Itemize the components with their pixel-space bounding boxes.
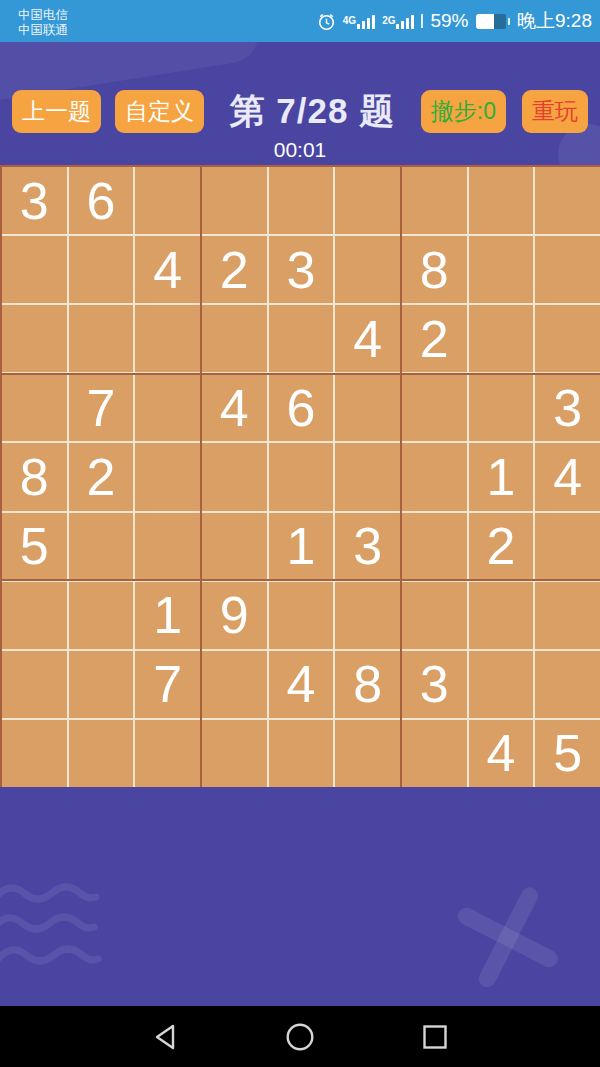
sudoku-cell-r9c7[interactable] bbox=[402, 720, 467, 787]
sudoku-cell-r3c6[interactable]: 4 bbox=[335, 305, 400, 372]
back-icon bbox=[152, 1023, 178, 1051]
sudoku-cell-r1c3[interactable] bbox=[135, 167, 200, 234]
status-separator bbox=[421, 14, 423, 28]
box-boundary-vertical-1 bbox=[200, 167, 202, 787]
sudoku-cell-r1c2[interactable]: 6 bbox=[69, 167, 134, 234]
sudoku-cell-r4c2[interactable]: 7 bbox=[69, 374, 134, 441]
sudoku-cell-r2c7[interactable]: 8 bbox=[402, 236, 467, 303]
app-screen: 中国电信 中国联通 4G 2G 59% 晚上9:28 bbox=[0, 0, 600, 1067]
alarm-clock-icon bbox=[317, 12, 336, 31]
battery-icon bbox=[476, 14, 506, 29]
sudoku-cell-r7c3[interactable]: 1 bbox=[135, 582, 200, 649]
carrier-names: 中国电信 中国联通 bbox=[18, 4, 68, 38]
sudoku-cell-r2c5[interactable]: 3 bbox=[269, 236, 334, 303]
sudoku-cell-r5c5[interactable] bbox=[269, 443, 334, 510]
sudoku-cell-r5c4[interactable] bbox=[202, 443, 267, 510]
signal-bars-4g-icon bbox=[357, 13, 375, 29]
box-boundary-horizontal-2 bbox=[2, 579, 600, 581]
sudoku-cell-r2c8[interactable] bbox=[469, 236, 534, 303]
sudoku-cell-r6c6[interactable]: 3 bbox=[335, 513, 400, 580]
sudoku-board: 3642384274638214513219748345 bbox=[0, 165, 600, 787]
home-button[interactable] bbox=[270, 1006, 330, 1067]
sudoku-cell-r7c8[interactable] bbox=[469, 582, 534, 649]
sudoku-cell-r2c1[interactable] bbox=[2, 236, 67, 303]
sudoku-cell-r1c6[interactable] bbox=[335, 167, 400, 234]
sudoku-cell-r9c2[interactable] bbox=[69, 720, 134, 787]
sudoku-cell-r4c9[interactable]: 3 bbox=[535, 374, 600, 441]
sudoku-cell-r8c4[interactable] bbox=[202, 651, 267, 718]
sudoku-cell-r4c1[interactable] bbox=[2, 374, 67, 441]
sudoku-cell-r9c5[interactable] bbox=[269, 720, 334, 787]
sudoku-cell-r3c9[interactable] bbox=[535, 305, 600, 372]
sudoku-cell-r4c4[interactable]: 4 bbox=[202, 374, 267, 441]
sudoku-cell-r4c5[interactable]: 6 bbox=[269, 374, 334, 441]
home-icon bbox=[285, 1022, 315, 1052]
header-controls: 上一题 自定义 第 7/28 题 撤步:0 重玩 bbox=[0, 88, 600, 135]
sudoku-cell-r3c8[interactable] bbox=[469, 305, 534, 372]
sudoku-cell-r6c8[interactable]: 2 bbox=[469, 513, 534, 580]
android-nav-bar bbox=[0, 1006, 600, 1067]
sudoku-cell-r9c9[interactable]: 5 bbox=[535, 720, 600, 787]
network-2g-label: 2G bbox=[382, 15, 395, 26]
box-boundary-horizontal-1 bbox=[2, 373, 600, 375]
sudoku-cell-r5c7[interactable] bbox=[402, 443, 467, 510]
replay-button[interactable]: 重玩 bbox=[522, 90, 588, 133]
sudoku-cell-r5c6[interactable] bbox=[335, 443, 400, 510]
sudoku-cell-r1c1[interactable]: 3 bbox=[2, 167, 67, 234]
sudoku-cell-r2c9[interactable] bbox=[535, 236, 600, 303]
sudoku-cell-r7c2[interactable] bbox=[69, 582, 134, 649]
network-4g-label: 4G bbox=[343, 15, 356, 26]
status-time: 晚上9:28 bbox=[517, 8, 592, 34]
game-header: 上一题 自定义 第 7/28 题 撤步:0 重玩 00:01 bbox=[0, 42, 600, 165]
sudoku-cell-r2c4[interactable]: 2 bbox=[202, 236, 267, 303]
sudoku-cell-r9c3[interactable] bbox=[135, 720, 200, 787]
sudoku-cell-r3c1[interactable] bbox=[2, 305, 67, 372]
sudoku-cell-r1c4[interactable] bbox=[202, 167, 267, 234]
waves-decoration bbox=[0, 875, 192, 985]
sudoku-cell-r8c3[interactable]: 7 bbox=[135, 651, 200, 718]
sudoku-cell-r2c3[interactable]: 4 bbox=[135, 236, 200, 303]
sudoku-cell-r7c7[interactable] bbox=[402, 582, 467, 649]
sudoku-cell-r7c6[interactable] bbox=[335, 582, 400, 649]
puzzle-number-title: 第 7/28 题 bbox=[204, 88, 421, 135]
sudoku-cell-r7c9[interactable] bbox=[535, 582, 600, 649]
status-bar: 中国电信 中国联通 4G 2G 59% 晚上9:28 bbox=[0, 0, 600, 42]
sudoku-cell-r1c5[interactable] bbox=[269, 167, 334, 234]
sudoku-cell-r6c3[interactable] bbox=[135, 513, 200, 580]
sudoku-cell-r5c1[interactable]: 8 bbox=[2, 443, 67, 510]
sudoku-cell-r8c7[interactable]: 3 bbox=[402, 651, 467, 718]
sudoku-cell-r6c2[interactable] bbox=[69, 513, 134, 580]
sudoku-cell-r6c7[interactable] bbox=[402, 513, 467, 580]
footer-area bbox=[0, 787, 600, 1006]
battery-percent: 59% bbox=[430, 10, 468, 32]
carrier-line2: 中国联通 bbox=[18, 23, 68, 38]
sudoku-cell-r6c4[interactable] bbox=[202, 513, 267, 580]
sudoku-cell-r9c8[interactable]: 4 bbox=[469, 720, 534, 787]
sudoku-cell-r5c9[interactable]: 4 bbox=[535, 443, 600, 510]
recents-icon bbox=[422, 1024, 448, 1050]
sudoku-cell-r3c5[interactable] bbox=[269, 305, 334, 372]
signal-bars-2g-icon bbox=[396, 13, 414, 29]
previous-puzzle-button[interactable]: 上一题 bbox=[12, 90, 101, 133]
undo-step-button[interactable]: 撤步:0 bbox=[421, 90, 506, 133]
signal-2g: 2G bbox=[382, 13, 414, 29]
sudoku-cell-r5c3[interactable] bbox=[135, 443, 200, 510]
sudoku-cell-r4c7[interactable] bbox=[402, 374, 467, 441]
back-button[interactable] bbox=[135, 1006, 195, 1067]
sudoku-cell-r3c3[interactable] bbox=[135, 305, 200, 372]
sudoku-cell-r3c2[interactable] bbox=[69, 305, 134, 372]
sudoku-cell-r5c2[interactable]: 2 bbox=[69, 443, 134, 510]
carrier-line1: 中国电信 bbox=[18, 8, 68, 23]
sudoku-cell-r4c3[interactable] bbox=[135, 374, 200, 441]
sudoku-cell-r8c6[interactable]: 8 bbox=[335, 651, 400, 718]
elapsed-timer: 00:01 bbox=[0, 138, 600, 162]
sudoku-cell-r2c6[interactable] bbox=[335, 236, 400, 303]
sudoku-cell-r2c2[interactable] bbox=[69, 236, 134, 303]
sudoku-cell-r8c8[interactable] bbox=[469, 651, 534, 718]
box-boundary-vertical-2 bbox=[400, 167, 402, 787]
sudoku-cell-r7c5[interactable] bbox=[269, 582, 334, 649]
sudoku-cell-r8c9[interactable] bbox=[535, 651, 600, 718]
sudoku-cell-r7c4[interactable]: 9 bbox=[202, 582, 267, 649]
battery-tip-icon bbox=[508, 18, 511, 25]
recents-button[interactable] bbox=[405, 1006, 465, 1067]
sudoku-cell-r3c7[interactable]: 2 bbox=[402, 305, 467, 372]
status-icons: 4G 2G 59% 晚上9:28 bbox=[317, 8, 592, 34]
sudoku-cell-r8c5[interactable]: 4 bbox=[269, 651, 334, 718]
signal-4g: 4G bbox=[343, 13, 375, 29]
sudoku-cell-r1c9[interactable] bbox=[535, 167, 600, 234]
sudoku-cell-r8c1[interactable] bbox=[2, 651, 67, 718]
sudoku-cell-r6c9[interactable] bbox=[535, 513, 600, 580]
sudoku-cell-r6c1[interactable]: 5 bbox=[2, 513, 67, 580]
cross-decoration bbox=[427, 856, 588, 1006]
sudoku-cell-r1c8[interactable] bbox=[469, 167, 534, 234]
sudoku-cell-r3c4[interactable] bbox=[202, 305, 267, 372]
sudoku-cell-r9c6[interactable] bbox=[335, 720, 400, 787]
sudoku-cell-r5c8[interactable]: 1 bbox=[469, 443, 534, 510]
custom-puzzle-button[interactable]: 自定义 bbox=[115, 90, 204, 133]
sudoku-cell-r1c7[interactable] bbox=[402, 167, 467, 234]
sudoku-cell-r8c2[interactable] bbox=[69, 651, 134, 718]
sudoku-cell-r9c4[interactable] bbox=[202, 720, 267, 787]
sudoku-cell-r6c5[interactable]: 1 bbox=[269, 513, 334, 580]
sudoku-cell-r4c8[interactable] bbox=[469, 374, 534, 441]
sudoku-cell-r4c6[interactable] bbox=[335, 374, 400, 441]
sudoku-cell-r7c1[interactable] bbox=[2, 582, 67, 649]
sudoku-cell-r9c1[interactable] bbox=[2, 720, 67, 787]
